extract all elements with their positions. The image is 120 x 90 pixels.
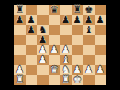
square-e1[interactable]: ♜ <box>60 75 72 85</box>
square-e3[interactable]: ♝ <box>60 55 72 65</box>
square-a7[interactable]: ♟ <box>14 15 26 25</box>
square-g2[interactable]: ♟ <box>83 65 95 75</box>
square-g4[interactable] <box>83 45 95 55</box>
square-c1[interactable] <box>37 75 49 85</box>
piece-white-bishop: ♝ <box>61 55 70 65</box>
square-g3[interactable] <box>83 55 95 65</box>
piece-white-pawn: ♟ <box>38 55 47 65</box>
square-b6[interactable]: ♟ <box>26 25 38 35</box>
square-h4[interactable] <box>95 45 107 55</box>
square-c6[interactable]: ♞ <box>37 25 49 35</box>
square-h2[interactable]: ♟ <box>95 65 107 75</box>
square-f6[interactable] <box>72 25 84 35</box>
square-d7[interactable] <box>49 15 61 25</box>
square-c3[interactable]: ♟ <box>37 55 49 65</box>
square-g8[interactable]: ♚ <box>83 5 95 15</box>
square-c8[interactable] <box>37 5 49 15</box>
square-d6[interactable] <box>49 25 61 35</box>
square-c2[interactable] <box>37 65 49 75</box>
square-h8[interactable] <box>95 5 107 15</box>
square-d3[interactable] <box>49 55 61 65</box>
square-b7[interactable]: ♟ <box>26 15 38 25</box>
square-g1[interactable] <box>83 75 95 85</box>
square-f5[interactable] <box>72 35 84 45</box>
piece-white-king: ♚ <box>73 75 82 85</box>
piece-white-pawn: ♟ <box>73 65 82 75</box>
square-d5[interactable] <box>49 35 61 45</box>
piece-white-queen: ♛ <box>50 65 59 75</box>
square-e8[interactable] <box>60 5 72 15</box>
piece-white-rook: ♜ <box>15 75 24 85</box>
square-d8[interactable]: ♛ <box>49 5 61 15</box>
square-a4[interactable] <box>14 45 26 55</box>
piece-white-pawn: ♟ <box>38 45 47 55</box>
square-e4[interactable]: ♟ <box>60 45 72 55</box>
square-e2[interactable]: ♞ <box>60 65 72 75</box>
square-c4[interactable]: ♟ <box>37 45 49 55</box>
square-d4[interactable]: ♟ <box>49 45 61 55</box>
square-e6[interactable] <box>60 25 72 35</box>
piece-black-queen: ♛ <box>50 5 59 15</box>
square-e7[interactable]: ♟ <box>60 15 72 25</box>
square-f3[interactable] <box>72 55 84 65</box>
chess-app-canvas: ♜♛♜♚♟♟♟♟♟♟♟♞♝♟♟♟♟♟♝♟♛♞♟♟♟♜♜♚ <box>0 0 120 90</box>
square-b3[interactable] <box>26 55 38 65</box>
square-g6[interactable]: ♝ <box>83 25 95 35</box>
square-a2[interactable]: ♟ <box>14 65 26 75</box>
piece-white-pawn: ♟ <box>15 65 24 75</box>
piece-black-pawn: ♟ <box>73 15 82 25</box>
piece-black-king: ♚ <box>84 5 93 15</box>
square-a3[interactable] <box>14 55 26 65</box>
square-b8[interactable] <box>26 5 38 15</box>
square-b1[interactable] <box>26 75 38 85</box>
square-d2[interactable]: ♛ <box>49 65 61 75</box>
chess-board: ♜♛♜♚♟♟♟♟♟♟♟♞♝♟♟♟♟♟♝♟♛♞♟♟♟♜♜♚ <box>14 5 106 85</box>
piece-white-rook: ♜ <box>61 75 70 85</box>
square-d1[interactable] <box>49 75 61 85</box>
piece-white-pawn: ♟ <box>50 45 59 55</box>
piece-black-rook: ♜ <box>73 5 82 15</box>
square-g7[interactable]: ♟ <box>83 15 95 25</box>
square-h1[interactable] <box>95 75 107 85</box>
square-f4[interactable] <box>72 45 84 55</box>
piece-white-pawn: ♟ <box>84 65 93 75</box>
square-b4[interactable] <box>26 45 38 55</box>
piece-black-pawn: ♟ <box>15 15 24 25</box>
square-f1[interactable]: ♚ <box>72 75 84 85</box>
piece-black-pawn: ♟ <box>96 15 105 25</box>
piece-white-knight: ♞ <box>61 65 70 75</box>
square-f2[interactable]: ♟ <box>72 65 84 75</box>
square-h7[interactable]: ♟ <box>95 15 107 25</box>
square-h5[interactable] <box>95 35 107 45</box>
square-e5[interactable] <box>60 35 72 45</box>
square-h6[interactable] <box>95 25 107 35</box>
piece-white-pawn: ♟ <box>61 45 70 55</box>
square-f7[interactable]: ♟ <box>72 15 84 25</box>
square-g5[interactable] <box>83 35 95 45</box>
square-a1[interactable]: ♜ <box>14 75 26 85</box>
square-c7[interactable] <box>37 15 49 25</box>
piece-black-pawn: ♟ <box>84 15 93 25</box>
piece-black-pawn: ♟ <box>61 15 70 25</box>
square-f8[interactable]: ♜ <box>72 5 84 15</box>
square-c5[interactable]: ♟ <box>37 35 49 45</box>
piece-black-knight: ♞ <box>38 25 47 35</box>
piece-black-bishop: ♝ <box>84 25 93 35</box>
square-a5[interactable] <box>14 35 26 45</box>
square-h3[interactable] <box>95 55 107 65</box>
square-b5[interactable] <box>26 35 38 45</box>
square-a6[interactable] <box>14 25 26 35</box>
square-a8[interactable]: ♜ <box>14 5 26 15</box>
piece-white-pawn: ♟ <box>96 65 105 75</box>
piece-black-pawn: ♟ <box>27 25 36 35</box>
piece-black-pawn: ♟ <box>27 15 36 25</box>
piece-black-pawn: ♟ <box>38 35 47 45</box>
square-b2[interactable] <box>26 65 38 75</box>
piece-black-rook: ♜ <box>15 5 24 15</box>
